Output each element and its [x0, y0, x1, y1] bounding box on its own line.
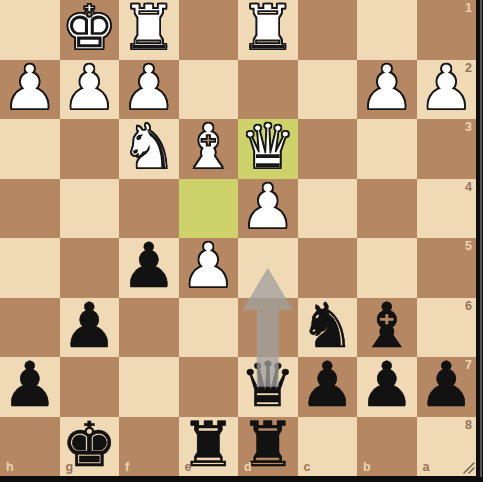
square-b3[interactable]: [357, 119, 417, 179]
square-a4[interactable]: 4: [417, 179, 477, 239]
square-f5[interactable]: ♟: [119, 238, 179, 298]
white-rook[interactable]: ♜: [238, 0, 298, 58]
square-b8[interactable]: b: [357, 417, 417, 477]
white-pawn[interactable]: ♟: [60, 58, 120, 118]
square-e3[interactable]: ♝: [179, 119, 239, 179]
square-g4[interactable]: [60, 179, 120, 239]
black-king[interactable]: ♚: [60, 415, 120, 475]
square-b7[interactable]: ♟: [357, 357, 417, 417]
white-pawn[interactable]: ♟: [119, 58, 179, 118]
rank-label-1: 1: [465, 2, 472, 15]
square-e1[interactable]: [179, 0, 239, 60]
square-c3[interactable]: [298, 119, 358, 179]
rank-label-6: 6: [465, 300, 472, 313]
white-queen[interactable]: ♛: [238, 117, 298, 177]
black-rook[interactable]: ♜: [179, 415, 239, 475]
square-h5[interactable]: [0, 238, 60, 298]
square-e6[interactable]: [179, 298, 239, 358]
black-pawn[interactable]: ♟: [60, 296, 120, 356]
black-pawn[interactable]: ♟: [119, 236, 179, 296]
file-label-f: f: [125, 461, 129, 474]
file-label-a: a: [423, 461, 430, 474]
square-a2[interactable]: 2♟: [417, 60, 477, 120]
square-a7[interactable]: 7♟: [417, 357, 477, 417]
square-h3[interactable]: [0, 119, 60, 179]
square-c8[interactable]: c: [298, 417, 358, 477]
square-d8[interactable]: d♜: [238, 417, 298, 477]
file-label-c: c: [304, 461, 311, 474]
square-d4[interactable]: ♟: [238, 179, 298, 239]
white-knight[interactable]: ♞: [119, 117, 179, 177]
white-bishop[interactable]: ♝: [179, 117, 239, 177]
file-label-h: h: [6, 461, 14, 474]
square-h4[interactable]: [0, 179, 60, 239]
square-c4[interactable]: [298, 179, 358, 239]
square-c7[interactable]: ♟: [298, 357, 358, 417]
white-pawn[interactable]: ♟: [238, 177, 298, 237]
black-pawn[interactable]: ♟: [298, 355, 358, 415]
square-d5[interactable]: [238, 238, 298, 298]
chess-app: ♚♜♜1♟♟♟♟2♟♞♝♛3♟4♟♟5♟♞♝6♟♛♟♟7♟hg♚fe♜d♜cb8…: [0, 0, 483, 482]
square-d1[interactable]: ♜: [238, 0, 298, 60]
square-h2[interactable]: ♟: [0, 60, 60, 120]
square-e8[interactable]: e♜: [179, 417, 239, 477]
rank-label-4: 4: [465, 181, 472, 194]
black-pawn[interactable]: ♟: [357, 355, 417, 415]
square-g2[interactable]: ♟: [60, 60, 120, 120]
square-c2[interactable]: [298, 60, 358, 120]
black-pawn[interactable]: ♟: [417, 355, 477, 415]
square-g6[interactable]: ♟: [60, 298, 120, 358]
black-rook[interactable]: ♜: [238, 415, 298, 475]
black-queen[interactable]: ♛: [238, 355, 298, 415]
black-knight[interactable]: ♞: [298, 296, 358, 356]
square-e5[interactable]: ♟: [179, 238, 239, 298]
square-f8[interactable]: f: [119, 417, 179, 477]
black-bishop[interactable]: ♝: [357, 296, 417, 356]
white-king[interactable]: ♚: [60, 0, 120, 58]
resize-handle-icon[interactable]: [461, 460, 476, 475]
square-h8[interactable]: h: [0, 417, 60, 477]
black-pawn[interactable]: ♟: [0, 355, 60, 415]
white-pawn[interactable]: ♟: [179, 236, 239, 296]
square-h7[interactable]: ♟: [0, 357, 60, 417]
square-g8[interactable]: g♚: [60, 417, 120, 477]
chess-board[interactable]: ♚♜♜1♟♟♟♟2♟♞♝♛3♟4♟♟5♟♞♝6♟♛♟♟7♟hg♚fe♜d♜cb8…: [0, 0, 476, 476]
square-b2[interactable]: ♟: [357, 60, 417, 120]
square-f7[interactable]: [119, 357, 179, 417]
square-g3[interactable]: [60, 119, 120, 179]
square-a5[interactable]: 5: [417, 238, 477, 298]
white-pawn[interactable]: ♟: [417, 58, 477, 118]
square-f6[interactable]: [119, 298, 179, 358]
white-rook[interactable]: ♜: [119, 0, 179, 58]
rank-label-5: 5: [465, 240, 472, 253]
scrollbar-line[interactable]: [480, 0, 482, 482]
white-pawn[interactable]: ♟: [357, 58, 417, 118]
square-a3[interactable]: 3: [417, 119, 477, 179]
square-c1[interactable]: [298, 0, 358, 60]
square-b4[interactable]: [357, 179, 417, 239]
square-f3[interactable]: ♞: [119, 119, 179, 179]
file-label-b: b: [363, 461, 371, 474]
white-pawn[interactable]: ♟: [0, 58, 60, 118]
